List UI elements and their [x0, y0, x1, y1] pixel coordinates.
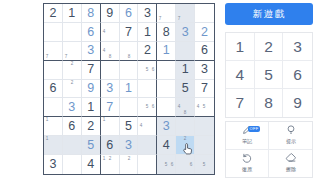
cell-r3c2[interactable]: 7 [63, 42, 82, 61]
cell-r9c7[interactable]: 56 [157, 155, 176, 174]
cell-r5c2[interactable]: 2 [63, 80, 82, 99]
cell-r2c3[interactable]: 6 [82, 23, 101, 42]
cell-r7c4[interactable]: 1 [101, 117, 120, 136]
pencil-notes: 6 [176, 155, 194, 174]
cell-r9c4[interactable]: 12 [101, 155, 120, 174]
cell-r5c7[interactable] [157, 80, 176, 99]
pencil-notes: 1 [101, 117, 119, 135]
cell-r1c5[interactable]: 6 [120, 4, 139, 23]
cell-r8c3[interactable]: 5 [82, 136, 101, 155]
pencil-notes: 48 [101, 42, 119, 60]
cell-r3c9[interactable]: 6 [195, 42, 214, 61]
cell-r4c5[interactable] [120, 61, 139, 80]
cell-r1c6[interactable]: 3 [138, 4, 157, 23]
pencil-notes: 7 [176, 4, 194, 22]
cell-r7c1[interactable]: 1 [44, 117, 63, 136]
cell-r7c3[interactable]: 2 [82, 117, 101, 136]
cell-r9c9[interactable]: 5 [195, 155, 214, 174]
cell-r9c1[interactable]: 3 [44, 155, 63, 174]
pencil-notes: 56 [157, 155, 175, 174]
tool-label: 復原 [242, 166, 252, 174]
cell-r1c1[interactable]: 2 [44, 4, 63, 23]
cell-r1c7[interactable]: 7 [157, 4, 176, 23]
pencil-notes: 4 [138, 117, 156, 135]
cell-r1c2[interactable]: 1 [63, 4, 82, 23]
pencil-notes: 4 [101, 23, 119, 41]
cell-r4c2[interactable]: 2 [63, 61, 82, 80]
pencil-notes: 56 [138, 61, 156, 79]
pencil-notes: 2 [63, 80, 81, 98]
pencil-notes: 1 [44, 117, 62, 135]
cell-r1c9[interactable] [195, 4, 214, 23]
cell-r3c4[interactable]: 48 [101, 42, 120, 61]
cell-r4c9[interactable]: 3 [195, 61, 214, 80]
numpad-2[interactable]: 2 [255, 33, 284, 61]
cell-r3c6[interactable]: 2 [138, 42, 157, 61]
sudoku-board: 2189637764718327734882162756136293157317… [43, 3, 215, 175]
cell-r6c6[interactable]: 56 [138, 98, 157, 117]
pencil-notes: 2 [176, 136, 194, 154]
cell-r1c8[interactable]: 7 [176, 4, 195, 23]
cell-r4c3[interactable]: 7 [82, 61, 101, 80]
number-pad: 123456789 [225, 32, 313, 118]
cell-r5c4[interactable]: 3 [101, 80, 120, 99]
cell-r2c2[interactable] [63, 23, 82, 42]
pencil-notes: 56 [138, 98, 156, 116]
cell-r3c3[interactable]: 3 [82, 42, 101, 61]
pencil-notes: 45 [195, 98, 214, 116]
cell-r7c7[interactable]: 3 [157, 117, 176, 136]
cell-r8c4[interactable]: 6 [101, 136, 120, 155]
cell-r8c6[interactable] [138, 136, 157, 155]
cell-r2c5[interactable]: 7 [120, 23, 139, 42]
tool-hint-button[interactable]: 提示 [269, 122, 312, 150]
tool-label: 筆記 [242, 138, 252, 146]
tool-erase-button[interactable]: 擦除 [269, 150, 312, 178]
cell-r3c8[interactable] [176, 42, 195, 61]
undo-icon [241, 152, 253, 164]
cell-r6c5[interactable] [120, 98, 139, 117]
eraser-icon [285, 152, 297, 164]
cell-r3c7[interactable]: 1 [157, 42, 176, 61]
cell-r4c7[interactable] [157, 61, 176, 80]
cell-r9c8[interactable]: 6 [176, 155, 195, 174]
cell-r1c4[interactable]: 9 [101, 4, 120, 23]
cell-r6c2[interactable]: 3 [63, 98, 82, 117]
cell-r6c4[interactable]: 7 [101, 98, 120, 117]
cell-r2c4[interactable]: 4 [101, 23, 120, 42]
tool-label: 擦除 [285, 166, 295, 174]
pencil-notes: 8 [120, 42, 138, 60]
cell-r9c6[interactable] [138, 155, 157, 174]
pencil-notes: 12 [101, 155, 119, 174]
cell-r3c5[interactable]: 8 [120, 42, 139, 61]
tool-bar: OFF筆記提示復原擦除 [225, 121, 313, 178]
cell-r7c6[interactable]: 4 [138, 117, 157, 136]
numpad-4[interactable]: 4 [226, 61, 255, 89]
tool-label: 提示 [285, 138, 295, 146]
cell-r7c8[interactable] [176, 117, 195, 136]
cell-r7c5[interactable]: 5 [120, 117, 139, 136]
cell-r8c5[interactable]: 3 [120, 136, 139, 155]
cell-r3c1[interactable]: 7 [44, 42, 63, 61]
cell-r4c8[interactable]: 1 [176, 61, 195, 80]
pencil-notes: 1 [44, 136, 62, 154]
tool-undo-button[interactable]: 復原 [226, 150, 269, 178]
cell-r4c4[interactable] [101, 61, 120, 80]
numpad-6[interactable]: 6 [283, 61, 312, 89]
cell-r7c9[interactable] [195, 117, 214, 136]
pencil-notes: 7 [63, 42, 81, 60]
cell-r6c1[interactable] [44, 98, 63, 117]
cell-r5c6[interactable] [138, 80, 157, 99]
cell-r6c3[interactable]: 1 [82, 98, 101, 117]
pencil-notes: 5 [195, 155, 214, 174]
tool-notes-button[interactable]: OFF筆記 [226, 122, 269, 150]
cell-r8c2[interactable] [63, 136, 82, 155]
cell-r4c1[interactable] [44, 61, 63, 80]
cell-r8c1[interactable]: 1 [44, 136, 63, 155]
numpad-5[interactable]: 5 [255, 61, 284, 89]
hint-icon [285, 124, 297, 136]
notes-off-badge: OFF [248, 126, 260, 132]
new-game-button[interactable]: 新遊戲 [225, 3, 313, 25]
cell-r8c9[interactable] [195, 136, 214, 155]
cell-r6c7[interactable] [157, 98, 176, 117]
numpad-3[interactable]: 3 [283, 33, 312, 61]
pencil-notes: 7 [44, 42, 62, 60]
cell-r9c5[interactable]: 2 [120, 155, 139, 174]
cell-r2c8[interactable]: 3 [176, 23, 195, 42]
cell-r5c9[interactable]: 7 [195, 80, 214, 99]
pencil-notes: 2 [120, 155, 138, 174]
pencil-notes: 48 [176, 98, 194, 116]
cell-r9c2[interactable] [63, 155, 82, 174]
cell-r6c9[interactable]: 45 [195, 98, 214, 117]
cell-r8c8[interactable]: 2 [176, 136, 195, 155]
cell-r5c3[interactable]: 9 [82, 80, 101, 99]
cell-r8c7[interactable]: 4 [157, 136, 176, 155]
cell-r2c9[interactable]: 2 [195, 23, 214, 42]
cell-r5c1[interactable]: 6 [44, 80, 63, 99]
cell-r6c8[interactable]: 48 [176, 98, 195, 117]
numpad-1[interactable]: 1 [226, 33, 255, 61]
cell-r5c8[interactable]: 5 [176, 80, 195, 99]
cell-r5c5[interactable]: 1 [120, 80, 139, 99]
cell-r4c6[interactable]: 56 [138, 61, 157, 80]
cell-r1c3[interactable]: 8 [82, 4, 101, 23]
numpad-7[interactable]: 7 [226, 89, 255, 117]
cell-r2c6[interactable]: 1 [138, 23, 157, 42]
cell-r9c3[interactable]: 4 [82, 155, 101, 174]
pencil-notes: 2 [63, 61, 81, 79]
cell-r2c7[interactable]: 8 [157, 23, 176, 42]
cell-r2c1[interactable] [44, 23, 63, 42]
numpad-8[interactable]: 8 [255, 89, 284, 117]
numpad-9[interactable]: 9 [283, 89, 312, 117]
pencil-notes: 7 [157, 4, 175, 22]
cell-r7c2[interactable]: 6 [63, 117, 82, 136]
